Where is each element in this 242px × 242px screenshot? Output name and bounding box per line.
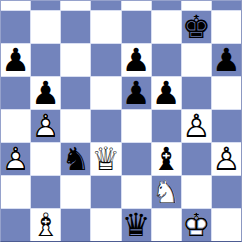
square-h4[interactable] (212, 110, 241, 142)
square-a3[interactable]: ♟♙ (1, 143, 30, 175)
square-d8[interactable] (91, 1, 120, 10)
white-queen-icon[interactable]: ♛♕ (92, 143, 121, 175)
square-a4[interactable] (1, 110, 30, 142)
square-c7[interactable] (61, 11, 90, 43)
black-piece-glyph: ♟ (1, 44, 30, 76)
black-pawn-icon[interactable]: ♟ (122, 77, 151, 109)
square-f5[interactable]: ♟ (152, 77, 181, 109)
square-c4[interactable] (61, 110, 90, 142)
black-piece-glyph: ♟ (31, 77, 60, 109)
square-e7[interactable] (122, 11, 151, 43)
square-g2[interactable] (182, 176, 211, 208)
black-king-icon[interactable]: ♚ (182, 11, 211, 43)
square-a8[interactable] (1, 1, 30, 10)
square-c6[interactable] (61, 44, 90, 76)
square-d5[interactable] (91, 77, 120, 109)
black-piece-glyph: ♟ (152, 77, 181, 109)
white-piece-outline: ♙ (31, 110, 60, 142)
black-bishop-icon[interactable]: ♝ (152, 143, 181, 175)
white-pawn-icon[interactable]: ♟♙ (1, 143, 30, 175)
black-piece-glyph: ♝ (152, 143, 181, 175)
square-b8[interactable] (31, 1, 60, 10)
square-b4[interactable]: ♟♙ (31, 110, 60, 142)
square-f3[interactable]: ♝ (152, 143, 181, 175)
square-c8[interactable] (61, 1, 90, 10)
square-g5[interactable] (182, 77, 211, 109)
black-piece-glyph: ♞ (61, 143, 90, 175)
black-piece-glyph: ♛ (122, 209, 151, 241)
square-f1[interactable] (152, 209, 181, 241)
square-h6[interactable]: ♟ (212, 44, 241, 76)
square-f4[interactable] (152, 110, 181, 142)
square-e3[interactable] (122, 143, 151, 175)
square-g6[interactable] (182, 44, 211, 76)
white-pawn-icon[interactable]: ♟♙ (182, 110, 211, 142)
square-a6[interactable]: ♟ (1, 44, 30, 76)
white-piece-outline: ♙ (212, 143, 241, 175)
white-pawn-icon[interactable]: ♟♙ (212, 143, 241, 175)
square-h3[interactable]: ♟♙ (212, 143, 241, 175)
square-d3[interactable]: ♛♕ (91, 143, 120, 175)
square-h1[interactable] (212, 209, 241, 241)
square-d4[interactable] (91, 110, 120, 142)
white-knight-icon[interactable]: ♞♘ (152, 176, 181, 208)
square-g7[interactable]: ♚ (182, 11, 211, 43)
square-f8[interactable] (152, 1, 181, 10)
square-h2[interactable] (212, 176, 241, 208)
square-e4[interactable] (122, 110, 151, 142)
square-e8[interactable] (122, 1, 151, 10)
white-piece-outline: ♙ (1, 143, 30, 175)
black-pawn-icon[interactable]: ♟ (31, 77, 60, 109)
white-piece-outline: ♔ (182, 209, 211, 241)
square-d2[interactable] (91, 176, 120, 208)
square-b7[interactable] (31, 11, 60, 43)
square-a5[interactable] (1, 77, 30, 109)
white-pawn-icon[interactable]: ♟♙ (31, 110, 60, 142)
black-pawn-icon[interactable]: ♟ (212, 44, 241, 76)
square-c3[interactable]: ♞ (61, 143, 90, 175)
black-piece-glyph: ♟ (212, 44, 241, 76)
square-g3[interactable] (182, 143, 211, 175)
square-a7[interactable] (1, 11, 30, 43)
square-b5[interactable]: ♟ (31, 77, 60, 109)
square-e5[interactable]: ♟ (122, 77, 151, 109)
square-c1[interactable] (61, 209, 90, 241)
black-queen-icon[interactable]: ♛ (122, 209, 151, 241)
square-d6[interactable] (91, 44, 120, 76)
black-pawn-icon[interactable]: ♟ (122, 44, 151, 76)
square-c2[interactable] (61, 176, 90, 208)
white-piece-outline: ♘ (152, 176, 181, 208)
square-b2[interactable] (31, 176, 60, 208)
square-g4[interactable]: ♟♙ (182, 110, 211, 142)
chess-board: ♚♟♟♟♟♟♟♟♙♟♙♟♙♞♛♕♝♟♙♞♘♝♗♛♚♔ (0, 0, 242, 242)
square-c5[interactable] (61, 77, 90, 109)
square-h8[interactable] (212, 1, 241, 10)
black-piece-glyph: ♟ (122, 77, 151, 109)
square-b3[interactable] (31, 143, 60, 175)
black-pawn-icon[interactable]: ♟ (152, 77, 181, 109)
square-b1[interactable]: ♝♗ (31, 209, 60, 241)
square-f6[interactable] (152, 44, 181, 76)
square-d1[interactable] (91, 209, 120, 241)
white-piece-outline: ♕ (92, 143, 121, 175)
square-f7[interactable] (152, 11, 181, 43)
square-h5[interactable] (212, 77, 241, 109)
black-piece-glyph: ♚ (182, 11, 211, 43)
square-e2[interactable] (122, 176, 151, 208)
black-knight-icon[interactable]: ♞ (61, 143, 90, 175)
square-e6[interactable]: ♟ (122, 44, 151, 76)
black-piece-glyph: ♟ (122, 44, 151, 76)
white-bishop-icon[interactable]: ♝♗ (31, 209, 60, 241)
square-d7[interactable] (91, 11, 120, 43)
square-a2[interactable] (1, 176, 30, 208)
square-g1[interactable]: ♚♔ (182, 209, 211, 241)
square-e1[interactable]: ♛ (122, 209, 151, 241)
black-pawn-icon[interactable]: ♟ (1, 44, 30, 76)
square-b6[interactable] (31, 44, 60, 76)
square-a1[interactable] (1, 209, 30, 241)
square-h7[interactable] (212, 11, 241, 43)
white-piece-outline: ♗ (31, 209, 60, 241)
white-piece-outline: ♙ (182, 110, 211, 142)
white-king-icon[interactable]: ♚♔ (182, 209, 211, 241)
square-f2[interactable]: ♞♘ (152, 176, 181, 208)
